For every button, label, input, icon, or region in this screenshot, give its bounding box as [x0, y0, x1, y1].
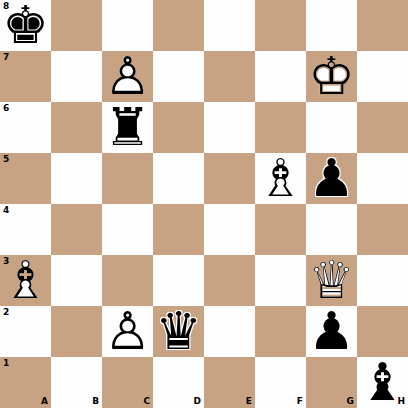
file-label-c: C [143, 397, 150, 406]
square-h8[interactable] [357, 0, 408, 51]
file-label-f: F [297, 397, 303, 406]
square-c5[interactable] [102, 153, 153, 204]
square-e8[interactable] [204, 0, 255, 51]
square-b2[interactable] [51, 306, 102, 357]
square-f6[interactable] [255, 102, 306, 153]
square-g6[interactable] [306, 102, 357, 153]
square-e2[interactable] [204, 306, 255, 357]
square-a4[interactable]: 4 [0, 204, 51, 255]
square-a7[interactable]: 7 [0, 51, 51, 102]
square-b8[interactable] [51, 0, 102, 51]
rank-label-5: 5 [3, 155, 9, 164]
piece-white-pawn[interactable]: ♟♙ [102, 306, 153, 357]
square-e7[interactable] [204, 51, 255, 102]
file-label-g: G [347, 397, 354, 406]
square-e1[interactable]: E [204, 357, 255, 408]
square-c2[interactable]: ♟♙ [102, 306, 153, 357]
square-b5[interactable] [51, 153, 102, 204]
square-h5[interactable] [357, 153, 408, 204]
square-d8[interactable] [153, 0, 204, 51]
square-g3[interactable]: ♛♕ [306, 255, 357, 306]
square-e5[interactable] [204, 153, 255, 204]
square-f8[interactable] [255, 0, 306, 51]
piece-outline-layer: ♔ [306, 51, 357, 102]
rank-label-2: 2 [3, 308, 9, 317]
square-g4[interactable] [306, 204, 357, 255]
square-a6[interactable]: 6 [0, 102, 51, 153]
square-c8[interactable] [102, 0, 153, 51]
rank-label-1: 1 [3, 359, 9, 368]
square-a3[interactable]: 3♝♗ [0, 255, 51, 306]
square-d5[interactable] [153, 153, 204, 204]
piece-white-king[interactable]: ♚♔ [306, 51, 357, 102]
square-b1[interactable]: B [51, 357, 102, 408]
square-g8[interactable] [306, 0, 357, 51]
piece-outline-layer: ♗ [255, 153, 306, 204]
file-label-d: D [194, 397, 201, 406]
square-f7[interactable] [255, 51, 306, 102]
square-f4[interactable] [255, 204, 306, 255]
square-b7[interactable] [51, 51, 102, 102]
piece-black-king[interactable]: ♚ [0, 0, 51, 51]
piece-black-queen[interactable]: ♛ [153, 306, 204, 357]
piece-white-queen[interactable]: ♛♕ [306, 255, 357, 306]
piece-black-rook[interactable]: ♜ [102, 102, 153, 153]
square-f1[interactable]: F [255, 357, 306, 408]
rank-label-4: 4 [3, 206, 9, 215]
square-d4[interactable] [153, 204, 204, 255]
square-h6[interactable] [357, 102, 408, 153]
square-g1[interactable]: G [306, 357, 357, 408]
piece-outline-layer: ♗ [0, 255, 51, 306]
square-d3[interactable] [153, 255, 204, 306]
square-h3[interactable] [357, 255, 408, 306]
square-g5[interactable]: ♟ [306, 153, 357, 204]
square-b4[interactable] [51, 204, 102, 255]
square-h4[interactable] [357, 204, 408, 255]
square-c4[interactable] [102, 204, 153, 255]
square-f2[interactable] [255, 306, 306, 357]
rank-label-7: 7 [3, 53, 9, 62]
square-b6[interactable] [51, 102, 102, 153]
piece-black-pawn[interactable]: ♟ [306, 153, 357, 204]
square-c3[interactable] [102, 255, 153, 306]
square-a2[interactable]: 2 [0, 306, 51, 357]
square-d1[interactable]: D [153, 357, 204, 408]
square-h7[interactable] [357, 51, 408, 102]
square-f5[interactable]: ♝♗ [255, 153, 306, 204]
rank-label-6: 6 [3, 104, 9, 113]
piece-outline-layer: ♕ [306, 255, 357, 306]
square-b3[interactable] [51, 255, 102, 306]
file-label-e: E [246, 397, 252, 406]
piece-black-pawn[interactable]: ♟ [306, 306, 357, 357]
square-d2[interactable]: ♛ [153, 306, 204, 357]
piece-white-bishop[interactable]: ♝♗ [255, 153, 306, 204]
square-g2[interactable]: ♟ [306, 306, 357, 357]
square-h1[interactable]: H♝ [357, 357, 408, 408]
piece-outline-layer: ♙ [102, 306, 153, 357]
piece-white-pawn[interactable]: ♟♙ [102, 51, 153, 102]
square-d6[interactable] [153, 102, 204, 153]
square-c7[interactable]: ♟♙ [102, 51, 153, 102]
square-e4[interactable] [204, 204, 255, 255]
piece-white-bishop[interactable]: ♝♗ [0, 255, 51, 306]
square-h2[interactable] [357, 306, 408, 357]
chess-board: 8♚7♟♙♚♔6♜5♝♗♟43♝♗♛♕2♟♙♛♟1ABCDEFGH♝ [0, 0, 408, 408]
square-d7[interactable] [153, 51, 204, 102]
file-label-a: A [41, 397, 48, 406]
square-e3[interactable] [204, 255, 255, 306]
square-e6[interactable] [204, 102, 255, 153]
square-a1[interactable]: 1A [0, 357, 51, 408]
piece-black-bishop[interactable]: ♝ [357, 357, 408, 408]
square-f3[interactable] [255, 255, 306, 306]
square-c1[interactable]: C [102, 357, 153, 408]
square-g7[interactable]: ♚♔ [306, 51, 357, 102]
square-c6[interactable]: ♜ [102, 102, 153, 153]
piece-outline-layer: ♙ [102, 51, 153, 102]
file-label-b: B [92, 397, 99, 406]
square-a5[interactable]: 5 [0, 153, 51, 204]
square-a8[interactable]: 8♚ [0, 0, 51, 51]
